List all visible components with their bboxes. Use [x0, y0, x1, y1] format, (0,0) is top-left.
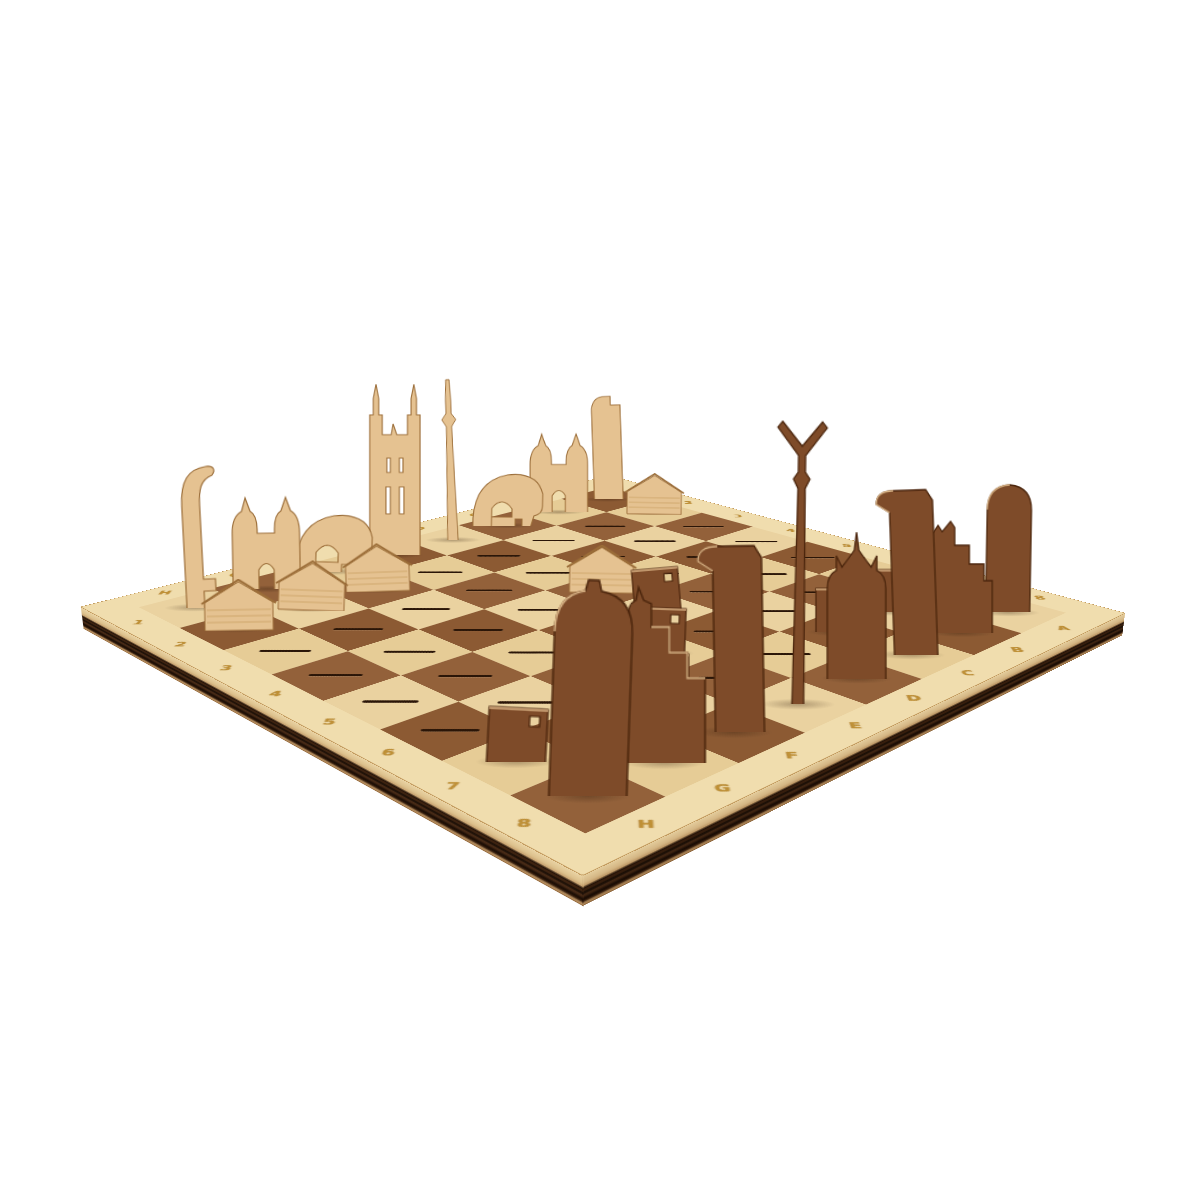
- piece-slot: [308, 674, 363, 676]
- coord-label: 6: [380, 748, 398, 758]
- board-scene: 12345678 12345678 ABCDEFGH ABCDEFGH: [0, 0, 1200, 1200]
- coord-label: G: [714, 783, 733, 794]
- piece-slot: [453, 629, 503, 631]
- coord-label: B: [520, 500, 531, 504]
- product-photo-stage: 12345678 12345678 ABCDEFGH ABCDEFGH: [0, 0, 1200, 1200]
- piece-slot: [418, 571, 463, 572]
- coord-label: F: [785, 751, 802, 761]
- piece-slot: [683, 526, 724, 527]
- coord-label: 3: [218, 665, 235, 673]
- coord-label: A: [569, 488, 579, 492]
- coord-label: B: [1009, 646, 1027, 653]
- gabled-house-silhouette: [274, 559, 349, 611]
- piece-slot: [477, 555, 521, 556]
- coord-label: D: [905, 694, 925, 702]
- piece-slot: [466, 590, 513, 592]
- coord-label: 3: [733, 514, 744, 518]
- piece-slot: [585, 526, 626, 527]
- armadillo-hall-silhouette: [469, 461, 546, 528]
- piece-slot: [582, 556, 625, 557]
- coord-label: C: [959, 669, 977, 677]
- piece-slot: [362, 700, 419, 702]
- coord-label: 1: [638, 488, 647, 492]
- gabled-house-silhouette: [624, 473, 685, 515]
- coord-label: D: [413, 526, 426, 530]
- piece-slot: [333, 628, 383, 630]
- arch-monument-silhouette: [533, 569, 651, 801]
- coord-label: E: [848, 721, 865, 730]
- chess-board: 12345678 12345678 ABCDEFGH ABCDEFGH: [80, 475, 1126, 876]
- piece-slot: [634, 540, 676, 541]
- coord-label: A: [1055, 625, 1073, 632]
- piece-slot: [383, 651, 435, 653]
- coord-label: 2: [172, 641, 189, 648]
- coord-label: C: [469, 513, 480, 517]
- coord-label: 7: [445, 781, 462, 792]
- gabled-house-silhouette: [341, 542, 414, 593]
- coord-label: 1: [130, 619, 147, 625]
- coord-label: 8: [516, 818, 533, 830]
- coord-label: 2: [684, 501, 694, 505]
- piece-slot: [533, 540, 575, 541]
- coord-label: H: [637, 819, 657, 831]
- piece-slot: [402, 608, 450, 610]
- square-g4[interactable]: [348, 629, 473, 675]
- piece-slot: [420, 729, 479, 732]
- coord-label: 4: [267, 690, 285, 698]
- piece-slot: [259, 650, 312, 652]
- gabled-house-silhouette: [200, 578, 277, 631]
- coord-label: 5: [321, 718, 339, 727]
- piece-slot: [438, 675, 492, 677]
